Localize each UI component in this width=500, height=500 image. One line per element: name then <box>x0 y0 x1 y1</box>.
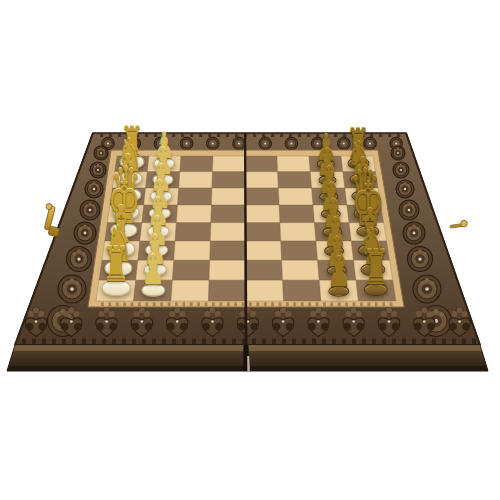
square-r7c4[interactable] <box>246 280 284 301</box>
rook-glyph: ♜ <box>363 246 389 290</box>
square-r4c4[interactable] <box>246 223 281 241</box>
square-r5c4[interactable] <box>246 241 282 260</box>
brass-hinge-pin-icon <box>450 220 467 228</box>
square-r3c4[interactable] <box>245 205 280 223</box>
square-r6c5[interactable] <box>282 260 320 280</box>
square-r6c3[interactable] <box>209 260 246 280</box>
square-r2c3[interactable] <box>212 188 246 205</box>
square-r0c4[interactable] <box>245 156 278 172</box>
square-r7c3[interactable] <box>209 280 247 301</box>
chess-set-photo: ♜♟♟♜♞♟♟♞♝♟♟♝♛♟♟♛♚♟♟♚♝♟♟♝♞♟♟♞♜♟♟♜ <box>0 0 500 500</box>
square-r3c2[interactable] <box>176 205 211 223</box>
square-r1c2[interactable] <box>179 172 213 188</box>
square-r4c2[interactable] <box>175 223 211 241</box>
square-r5c5[interactable] <box>281 241 318 260</box>
square-r2c2[interactable] <box>178 188 212 205</box>
square-r5c2[interactable] <box>174 241 211 260</box>
brass-clasp-icon <box>44 204 60 238</box>
square-r6c4[interactable] <box>246 260 283 280</box>
square-r2c4[interactable] <box>245 188 279 205</box>
piece-white-rook[interactable]: ♜ <box>95 243 138 296</box>
square-r6c2[interactable] <box>172 260 209 280</box>
square-r1c5[interactable] <box>278 172 312 188</box>
square-r1c3[interactable] <box>212 172 245 188</box>
square-r0c2[interactable] <box>180 156 213 172</box>
piece-black-rook[interactable]: ♜ <box>355 246 398 296</box>
square-r2c5[interactable] <box>278 188 313 205</box>
piece-black-pawn[interactable]: ♟ <box>320 253 357 296</box>
square-r3c3[interactable] <box>211 205 246 223</box>
piece-white-pawn[interactable]: ♟ <box>135 251 172 296</box>
chess-board <box>0 0 500 500</box>
square-r4c5[interactable] <box>280 223 316 241</box>
square-r1c4[interactable] <box>245 172 278 188</box>
square-r0c3[interactable] <box>213 156 246 172</box>
square-r7c5[interactable] <box>283 280 321 301</box>
square-r4c3[interactable] <box>210 223 245 241</box>
square-r7c2[interactable] <box>171 280 209 301</box>
pawn-glyph: ♟ <box>142 251 165 289</box>
pawn-glyph: ♟ <box>327 253 350 291</box>
square-r3c5[interactable] <box>279 205 314 223</box>
square-r0c5[interactable] <box>277 156 310 172</box>
rook-glyph: ♜ <box>103 243 129 287</box>
square-r5c3[interactable] <box>210 241 246 260</box>
